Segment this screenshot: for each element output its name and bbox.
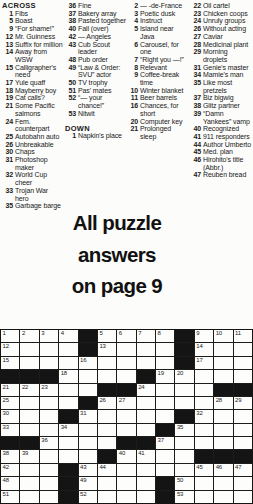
clue-column-4: 22Oil cartel23Chicken coops24Unruly grou…	[188, 2, 253, 328]
clue-number: 31	[0, 156, 15, 171]
black-cell	[234, 450, 252, 462]
grid-cell	[195, 491, 213, 503]
grid-cell	[40, 357, 58, 369]
clue-text: Instruct	[140, 17, 188, 25]
grid-cell: 9	[195, 330, 213, 342]
cell-number: 51	[3, 491, 9, 498]
cell-number: 36	[41, 437, 47, 444]
clue-number: 37	[188, 94, 203, 102]
clue-number: 25	[0, 133, 15, 141]
cell-number: 47	[235, 464, 241, 471]
grid-cell	[40, 397, 58, 409]
clue-down-44: 44Author Umberto	[188, 141, 253, 149]
cell-number: 49	[80, 477, 86, 484]
grid-cell: 40	[117, 450, 135, 462]
grid-cell: 1	[1, 330, 19, 342]
grid-cell	[214, 370, 232, 382]
clue-number: 35	[0, 202, 15, 210]
clue-number: 27	[188, 33, 203, 41]
cell-number: 16	[80, 357, 86, 364]
grid-cell	[214, 343, 232, 355]
cell-number: 1	[3, 330, 6, 337]
grid-cell	[40, 424, 58, 436]
clue-column-1: ACROSS1Fibs5Boast9“For shame!”12Mr. Guin…	[0, 2, 63, 328]
clue-number: 50	[63, 79, 78, 87]
black-cell	[1, 437, 19, 449]
cell-number: 50	[177, 477, 183, 484]
black-cell	[59, 491, 77, 503]
grid-cell: 50	[175, 477, 193, 489]
black-cell	[40, 370, 58, 382]
grid-cell	[20, 477, 38, 489]
grid-cell	[98, 491, 116, 503]
clue-number: 5	[126, 25, 140, 40]
grid-cell	[20, 464, 38, 476]
clue-number: 23	[188, 10, 203, 18]
grid-cell: 21	[1, 384, 19, 396]
clue-across-36: 36Fine	[63, 2, 126, 10]
clue-across-1: 1Fibs	[0, 10, 63, 18]
clue-across-42: 42— Angeles	[63, 33, 126, 41]
clue-text: Glitz partner	[203, 102, 253, 110]
grid-cell: 2	[20, 330, 38, 342]
grid-cell	[59, 384, 77, 396]
clue-number: 1	[63, 132, 78, 140]
grid-cell: 10	[214, 330, 232, 342]
clue-text: Bakery array	[78, 10, 126, 18]
clue-text: Fem. counterpart	[15, 118, 63, 133]
clue-number: 6	[126, 41, 140, 56]
cell-number: 42	[3, 464, 9, 471]
clue-across-38: 38Pasted together	[63, 17, 126, 25]
clue-down-9: 9Coffee-break time	[126, 71, 188, 86]
cell-number: 33	[3, 424, 9, 431]
grid-cell: 8	[156, 330, 174, 342]
clue-text: Unbreakable	[15, 141, 63, 149]
clue-across-40: 40Fall (over)	[63, 25, 126, 33]
clue-number: 14	[0, 48, 15, 63]
clue-number: 3	[126, 10, 140, 18]
black-cell	[79, 397, 97, 409]
cell-number: 14	[196, 343, 202, 350]
grid-cell	[137, 410, 155, 422]
black-cell	[117, 384, 135, 396]
grid-cell	[175, 450, 193, 462]
clue-text: Unruly groups	[203, 17, 253, 25]
clue-text: Suffix for million	[15, 41, 63, 49]
cell-number: 24	[138, 384, 144, 391]
clue-down-8: 8Relevant	[126, 64, 188, 72]
clue-down-3: 3Poetic dusk	[126, 10, 188, 18]
clue-number: 36	[63, 2, 78, 10]
clue-down-41: 41911 responders	[188, 133, 253, 141]
grid-cell	[20, 410, 38, 422]
clue-number: 24	[0, 118, 15, 133]
clue-number: 48	[63, 56, 78, 64]
clue-across-5: 5Boast	[0, 17, 63, 25]
cell-number: 35	[177, 424, 183, 431]
grid-cell	[40, 343, 58, 355]
grid-cell: 35	[175, 424, 193, 436]
clue-text: “For shame!”	[15, 25, 63, 33]
clue-number: 41	[188, 133, 203, 141]
cell-number: 11	[235, 330, 241, 337]
cell-number: 52	[80, 491, 86, 498]
clue-down-22: 22Oil cartel	[188, 2, 253, 10]
clue-down-34: 34Mamie's man	[188, 71, 253, 79]
clue-text: Mr. Guinness	[15, 33, 63, 41]
clue-down-24: 24Unruly groups	[188, 17, 253, 25]
clue-text: Winter blanket	[140, 87, 188, 95]
clue-text: Cat calls?	[15, 94, 63, 102]
clue-number: 52	[63, 94, 78, 109]
clue-text: TV trophy	[78, 79, 126, 87]
grid-cell	[98, 370, 116, 382]
cell-number: 8	[158, 330, 161, 337]
cell-number: 39	[22, 450, 28, 457]
grid-cell	[234, 410, 252, 422]
grid-cell: 32	[195, 410, 213, 422]
clue-down-4: 4Instruct	[126, 17, 188, 25]
cell-number: 43	[80, 464, 86, 471]
grid-cell	[137, 491, 155, 503]
clue-number: 26	[0, 141, 15, 149]
black-cell	[156, 491, 174, 503]
cell-number: 37	[158, 437, 164, 444]
clue-text: — -de-France	[140, 2, 188, 10]
grid-cell: 48	[1, 477, 19, 489]
grid-cell	[214, 477, 232, 489]
clue-across-35: 35Garbage barge	[0, 202, 63, 210]
grid-cell	[20, 491, 38, 503]
clue-text: Island near Java	[140, 25, 188, 40]
grid-cell: 38	[1, 450, 19, 462]
clue-across-43: 43Cub Scout leader	[63, 41, 126, 56]
clue-across-15: 15Calligrapher's need	[0, 64, 63, 79]
clue-across-31: 31Photoshop maker	[0, 156, 63, 171]
clue-text: “— your chance!”	[78, 94, 126, 109]
answers-note-line: on page 9	[55, 270, 179, 302]
clue-text: Trojan War hero	[15, 187, 63, 202]
black-cell	[175, 410, 193, 422]
cell-number: 15	[3, 357, 9, 364]
cell-number: 5	[99, 330, 102, 337]
clue-number: 20	[126, 118, 140, 126]
grid-cell	[137, 357, 155, 369]
clue-down-23: 23Chicken coops	[188, 10, 253, 18]
grid-cell: 26	[98, 397, 116, 409]
grid-cell	[137, 464, 155, 476]
clue-across-37: 37Bakery array	[63, 10, 126, 18]
answers-note-line: answers	[55, 239, 179, 271]
black-cell	[59, 410, 77, 422]
clue-number: 7	[126, 56, 140, 64]
cell-number: 46	[216, 464, 222, 471]
cell-number: 9	[196, 330, 199, 337]
clue-down-37: 37Biz bigwig	[188, 94, 253, 102]
clue-across-12: 12Mr. Guinness	[0, 33, 63, 41]
grid-cell	[156, 450, 174, 462]
clue-text: Relevant	[140, 64, 188, 72]
cell-number: 38	[3, 450, 9, 457]
clue-text: Nitwit	[78, 110, 126, 118]
grid-cell	[156, 397, 174, 409]
grid-cell	[234, 477, 252, 489]
cell-number: 32	[196, 410, 202, 417]
clue-text: Fine	[78, 2, 126, 10]
cell-number: 44	[99, 464, 105, 471]
cell-number: 2	[22, 330, 25, 337]
grid-cell	[195, 437, 213, 449]
clue-number: 44	[188, 141, 203, 149]
clue-across-26: 26Unbreakable	[0, 141, 63, 149]
clue-across-14: 14Away from WSW	[0, 48, 63, 63]
clue-number: 22	[188, 2, 203, 10]
clue-text: Caviar	[203, 33, 253, 41]
clue-text: Chaps	[15, 148, 63, 156]
clue-down-29: 29Morning droplets	[188, 48, 253, 63]
clue-down-11: 11Beer barrels	[126, 94, 188, 102]
grid-cell	[175, 384, 193, 396]
cell-number: 12	[3, 343, 9, 350]
clue-down-39: 39“Damn Yankees” vamp	[188, 110, 253, 125]
grid-cell	[137, 397, 155, 409]
grid-cell: 49	[79, 477, 97, 489]
clue-text: Fall (over)	[78, 25, 126, 33]
grid-cell	[234, 437, 252, 449]
black-cell	[214, 450, 232, 462]
grid-cell: 34	[59, 424, 77, 436]
black-cell	[59, 477, 77, 489]
clue-number: 39	[188, 110, 203, 125]
grid-cell: 18	[59, 370, 77, 382]
cell-number: 19	[158, 370, 164, 377]
clue-number: 5	[0, 17, 15, 25]
clue-number: 19	[0, 94, 15, 102]
crossword-grid: 1234567891011121314151617181920212223242…	[0, 329, 253, 504]
clue-down-16: 16Chances, for short	[126, 102, 188, 117]
grid-cell: 28	[214, 397, 232, 409]
grid-cell	[137, 477, 155, 489]
grid-cell: 39	[20, 450, 38, 462]
grid-cell	[195, 384, 213, 396]
cell-number: 30	[3, 410, 9, 417]
clue-number: 11	[126, 94, 140, 102]
clue-text: Napkin's place	[78, 132, 126, 140]
grid-cell	[98, 410, 116, 422]
clue-number: 47	[188, 171, 203, 179]
grid-cell: 4	[59, 330, 77, 342]
clue-number: 12	[0, 33, 15, 41]
clue-number: 9	[126, 71, 140, 86]
grid-cell: 52	[79, 491, 97, 503]
grid-cell: 31	[79, 410, 97, 422]
crossword-page: ACROSS1Fibs5Boast9“For shame!”12Mr. Guin…	[0, 0, 253, 504]
grid-cell	[59, 437, 77, 449]
grid-cell	[156, 464, 174, 476]
grid-cell	[234, 357, 252, 369]
grid-cell	[175, 397, 193, 409]
clue-number: 34	[188, 71, 203, 79]
grid-cell: 19	[156, 370, 174, 382]
grid-cell: 12	[1, 343, 19, 355]
grid-cell	[214, 410, 232, 422]
grid-cell	[20, 357, 38, 369]
clue-number: 8	[126, 64, 140, 72]
cell-number: 41	[138, 450, 144, 457]
black-cell	[98, 450, 116, 462]
grid-cell	[117, 370, 135, 382]
grid-cell: 51	[1, 491, 19, 503]
grid-cell	[98, 477, 116, 489]
cell-number: 31	[80, 410, 86, 417]
clue-text: Author Umberto	[203, 141, 253, 149]
clue-number: 35	[188, 79, 203, 94]
clue-text: Carousel, for one	[140, 41, 188, 56]
black-cell	[175, 357, 193, 369]
grid-cell	[214, 357, 232, 369]
clue-text: Medicinal plant	[203, 41, 253, 49]
grid-cell	[156, 343, 174, 355]
clue-down-28: 28Medicinal plant	[188, 41, 253, 49]
grid-cell	[40, 410, 58, 422]
clue-number: 37	[63, 10, 78, 18]
clue-text: Chicken coops	[203, 10, 253, 18]
grid-cell: 24	[137, 384, 155, 396]
clue-text: Recognized	[203, 125, 253, 133]
clue-text: Beer barrels	[140, 94, 188, 102]
clue-text: “Damn Yankees” vamp	[203, 110, 253, 125]
clue-down-6: 6Carousel, for one	[126, 41, 188, 56]
black-cell	[156, 477, 174, 489]
cell-number: 21	[3, 384, 9, 391]
grid-cell	[214, 424, 232, 436]
clue-text: Fibs	[15, 10, 63, 18]
clue-number: 26	[188, 25, 203, 33]
cell-number: 27	[119, 397, 125, 404]
grid-cell	[234, 343, 252, 355]
clue-down-20: 20Computer key	[126, 118, 188, 126]
clue-across-19: 19Cat calls?	[0, 94, 63, 102]
down-header: DOWN	[63, 125, 126, 133]
across-header: ACROSS	[0, 2, 63, 10]
clue-number: 4	[126, 17, 140, 25]
black-cell	[117, 437, 135, 449]
cell-number: 26	[99, 397, 105, 404]
clue-down-46: 46Hirohito's title (Abbr.)	[188, 156, 253, 171]
cell-number: 6	[119, 330, 122, 337]
grid-cell	[40, 464, 58, 476]
grid-cell	[79, 450, 97, 462]
clue-across-13: 13Suffix for million	[0, 41, 63, 49]
grid-cell	[20, 397, 38, 409]
clue-number: 32	[0, 171, 15, 186]
clue-across-18: 18Mayberry boy	[0, 87, 63, 95]
clue-text: Pas' mates	[78, 87, 126, 95]
clue-number: 46	[188, 156, 203, 171]
grid-cell	[40, 450, 58, 462]
grid-cell	[137, 424, 155, 436]
clue-number: 51	[63, 87, 78, 95]
clue-number: 40	[188, 125, 203, 133]
clue-down-31: 31Genie's master	[188, 64, 253, 72]
grid-cell	[98, 424, 116, 436]
grid-cell	[59, 397, 77, 409]
clue-text: Like most pretzels	[203, 79, 253, 94]
grid-cell: 43	[79, 464, 97, 476]
grid-cell	[117, 410, 135, 422]
grid-cell: 13	[98, 343, 116, 355]
grid-cell: 44	[98, 464, 116, 476]
clue-down-7: 7“Right you —!”	[126, 56, 188, 64]
grid-cell: 25	[1, 397, 19, 409]
black-cell	[234, 384, 252, 396]
grid-cell	[234, 370, 252, 382]
grid-cell: 15	[1, 357, 19, 369]
clue-text: Pub order	[78, 56, 126, 64]
clue-down-26: 26Without acting	[188, 25, 253, 33]
cell-number: 53	[177, 491, 183, 498]
grid-cell	[59, 357, 77, 369]
grid-cell	[175, 464, 193, 476]
black-cell	[79, 330, 97, 342]
clue-number: 38	[188, 102, 203, 110]
clue-text: World Cup cheer	[15, 171, 63, 186]
clue-down-10: 10Winter blanket	[126, 87, 188, 95]
clue-across-30: 30Chaps	[0, 148, 63, 156]
clue-number: 9	[0, 25, 15, 33]
clue-text: 911 responders	[203, 133, 253, 141]
clue-text: — Angeles	[78, 33, 126, 41]
grid-cell	[214, 437, 232, 449]
clue-number: 38	[63, 17, 78, 25]
grid-cell: 33	[1, 424, 19, 436]
grid-cell: 7	[137, 330, 155, 342]
black-cell	[1, 370, 19, 382]
grid-cell	[59, 343, 77, 355]
grid-cell	[117, 464, 135, 476]
grid-cell: 17	[195, 357, 213, 369]
clue-text: Pasted together	[78, 17, 126, 25]
black-cell	[156, 424, 174, 436]
black-cell	[59, 464, 77, 476]
clue-text: Morning droplets	[203, 48, 253, 63]
grid-cell	[117, 491, 135, 503]
cell-number: 20	[177, 370, 183, 377]
grid-cell	[98, 357, 116, 369]
grid-cell	[79, 437, 97, 449]
clue-text: Away from WSW	[15, 48, 63, 63]
clue-across-48: 48Pub order	[63, 56, 126, 64]
grid-cell	[59, 450, 77, 462]
clue-text: Yule quaff	[15, 79, 63, 87]
grid-cell: 53	[175, 491, 193, 503]
cell-number: 18	[61, 370, 67, 377]
grid-cell	[117, 477, 135, 489]
clue-down-47: 47Reuben bread	[188, 171, 253, 179]
grid-cell: 46	[214, 464, 232, 476]
cell-number: 17	[196, 357, 202, 364]
grid-cell: 42	[1, 464, 19, 476]
grid-cell	[156, 384, 174, 396]
clue-text: Cub Scout leader	[78, 41, 126, 56]
clue-text: Biz bigwig	[203, 94, 253, 102]
grid-cell: 22	[20, 384, 38, 396]
grid-cell	[79, 384, 97, 396]
clue-number: 13	[0, 41, 15, 49]
clue-number: 53	[63, 110, 78, 118]
grid-cell	[98, 437, 116, 449]
